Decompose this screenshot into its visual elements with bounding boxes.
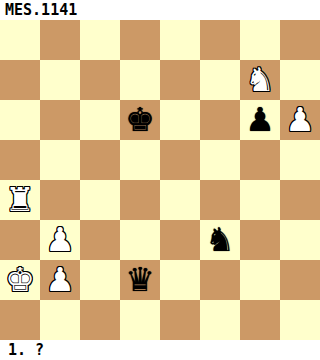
- square-e1: [160, 300, 200, 340]
- white-knight: ♞: [245, 60, 275, 100]
- square-h3: [280, 220, 320, 260]
- square-b6: [40, 100, 80, 140]
- square-d6: ♚: [120, 100, 160, 140]
- square-d2: ♛: [120, 260, 160, 300]
- white-pawn: ♟: [45, 260, 75, 300]
- square-b2: ♟: [40, 260, 80, 300]
- square-b4: [40, 180, 80, 220]
- square-d7: [120, 60, 160, 100]
- square-d1: [120, 300, 160, 340]
- square-h7: [280, 60, 320, 100]
- square-e3: [160, 220, 200, 260]
- square-g6: ♟: [240, 100, 280, 140]
- move-prompt: 1. ?: [0, 340, 320, 360]
- square-f5: [200, 140, 240, 180]
- square-b3: ♟: [40, 220, 80, 260]
- square-c4: [80, 180, 120, 220]
- white-rook: ♜: [5, 180, 35, 220]
- square-c1: [80, 300, 120, 340]
- square-e8: [160, 20, 200, 60]
- square-c8: [80, 20, 120, 60]
- square-a8: [0, 20, 40, 60]
- square-g5: [240, 140, 280, 180]
- square-g7: ♞: [240, 60, 280, 100]
- black-king: ♚: [125, 100, 155, 140]
- square-e5: [160, 140, 200, 180]
- black-knight: ♞: [205, 220, 235, 260]
- square-a2: ♚: [0, 260, 40, 300]
- square-f7: [200, 60, 240, 100]
- diagram-title: MES.1141: [0, 0, 320, 20]
- square-g8: [240, 20, 280, 60]
- square-h4: [280, 180, 320, 220]
- square-d4: [120, 180, 160, 220]
- square-c2: [80, 260, 120, 300]
- square-b7: [40, 60, 80, 100]
- square-a1: [0, 300, 40, 340]
- square-f2: [200, 260, 240, 300]
- square-g3: [240, 220, 280, 260]
- square-c7: [80, 60, 120, 100]
- square-c6: [80, 100, 120, 140]
- square-a5: [0, 140, 40, 180]
- square-h8: [280, 20, 320, 60]
- square-f4: [200, 180, 240, 220]
- square-f3: ♞: [200, 220, 240, 260]
- square-d3: [120, 220, 160, 260]
- square-e6: [160, 100, 200, 140]
- square-g1: [240, 300, 280, 340]
- square-c5: [80, 140, 120, 180]
- white-king: ♚: [5, 260, 35, 300]
- square-a4: ♜: [0, 180, 40, 220]
- square-b8: [40, 20, 80, 60]
- square-g2: [240, 260, 280, 300]
- square-h2: [280, 260, 320, 300]
- square-d8: [120, 20, 160, 60]
- white-pawn: ♟: [285, 100, 315, 140]
- square-h6: ♟: [280, 100, 320, 140]
- square-a6: [0, 100, 40, 140]
- chess-diagram-page: MES.1141 ♞♚♟♟♜♟♞♚♟♛ 1. ?: [0, 0, 320, 360]
- white-pawn: ♟: [45, 220, 75, 260]
- square-f8: [200, 20, 240, 60]
- square-g4: [240, 180, 280, 220]
- square-f1: [200, 300, 240, 340]
- square-e7: [160, 60, 200, 100]
- chess-board: ♞♚♟♟♜♟♞♚♟♛: [0, 20, 320, 340]
- square-e4: [160, 180, 200, 220]
- square-b5: [40, 140, 80, 180]
- square-b1: [40, 300, 80, 340]
- square-e2: [160, 260, 200, 300]
- square-a7: [0, 60, 40, 100]
- square-c3: [80, 220, 120, 260]
- black-queen: ♛: [125, 260, 155, 300]
- square-f6: [200, 100, 240, 140]
- black-pawn: ♟: [245, 100, 275, 140]
- square-d5: [120, 140, 160, 180]
- square-h1: [280, 300, 320, 340]
- square-a3: [0, 220, 40, 260]
- square-h5: [280, 140, 320, 180]
